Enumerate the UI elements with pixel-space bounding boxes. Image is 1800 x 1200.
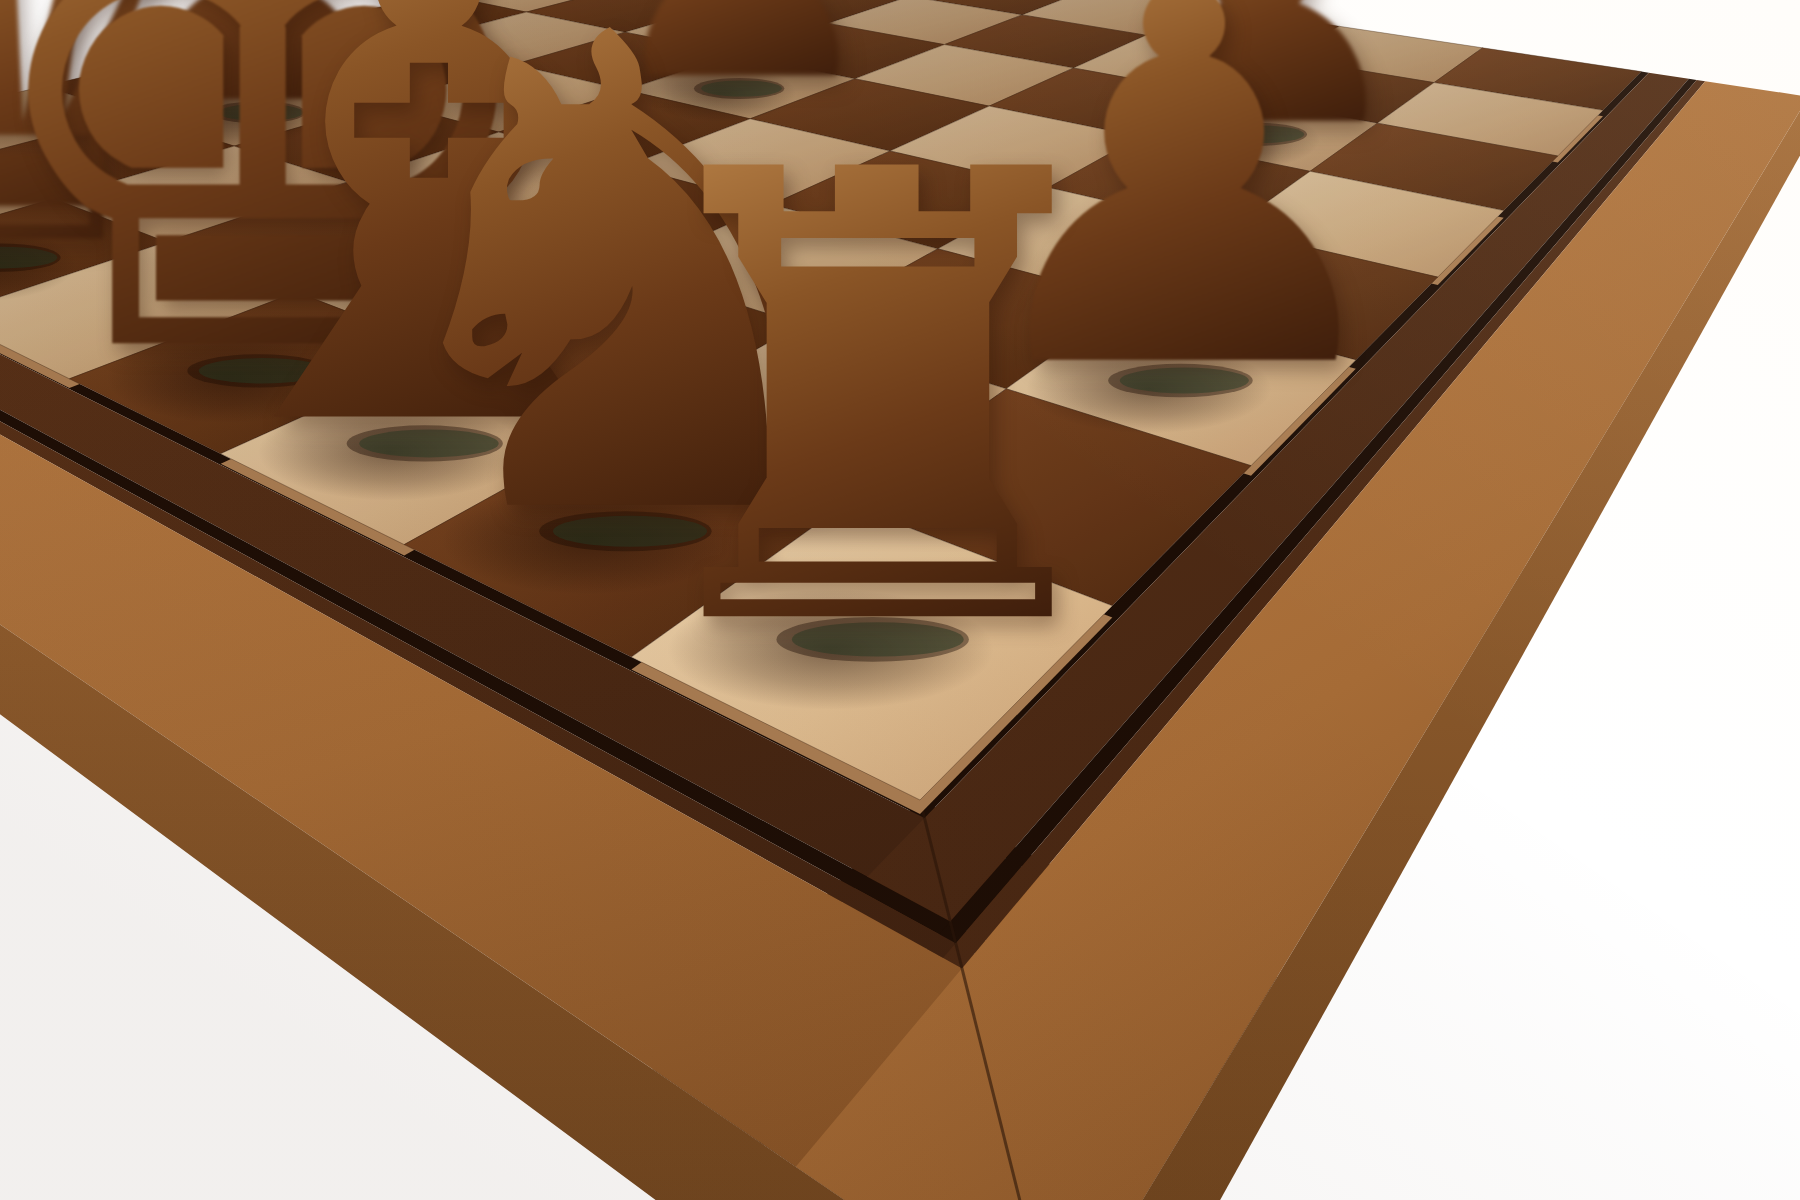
chess-board-product-photo: { "game": "chess", "scene_description": … [0,0,1800,1200]
board-render [0,0,1800,1200]
